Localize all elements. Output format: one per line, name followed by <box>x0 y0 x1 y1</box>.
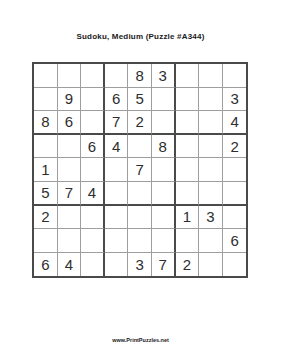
cell-r4c6[interactable]: 8 <box>152 135 176 159</box>
cell-r5c5[interactable]: 7 <box>128 158 152 182</box>
cell-r4c1[interactable] <box>34 135 58 159</box>
cell-r7c5[interactable] <box>128 206 152 230</box>
cell-r2c5[interactable]: 5 <box>128 88 152 112</box>
cell-r8c7[interactable] <box>176 229 200 253</box>
cell-r7c2[interactable] <box>58 206 82 230</box>
page: Sudoku, Medium (Puzzle #A344) 8396538672… <box>0 0 281 363</box>
cell-r1c1[interactable] <box>34 64 58 88</box>
cell-r3c5[interactable]: 2 <box>128 111 152 135</box>
cell-r6c2[interactable]: 7 <box>58 182 82 206</box>
cell-r2c2[interactable]: 9 <box>58 88 82 112</box>
cell-r8c6[interactable] <box>152 229 176 253</box>
cell-r9c4[interactable] <box>105 253 129 277</box>
cell-r9c1[interactable]: 6 <box>34 253 58 277</box>
footer-url: www.PrintPuzzles.net <box>0 337 281 343</box>
cell-r9c8[interactable] <box>199 253 223 277</box>
cell-r9c5[interactable]: 3 <box>128 253 152 277</box>
cell-r6c9[interactable] <box>223 182 247 206</box>
cell-r7c6[interactable] <box>152 206 176 230</box>
cell-r3c9[interactable]: 4 <box>223 111 247 135</box>
cell-r3c2[interactable]: 6 <box>58 111 82 135</box>
cell-r1c3[interactable] <box>81 64 105 88</box>
cell-r3c6[interactable] <box>152 111 176 135</box>
cell-r5c9[interactable] <box>223 158 247 182</box>
cell-r6c1[interactable]: 5 <box>34 182 58 206</box>
cell-r5c7[interactable] <box>176 158 200 182</box>
cell-r5c1[interactable]: 1 <box>34 158 58 182</box>
cell-r9c9[interactable] <box>223 253 247 277</box>
cell-r8c5[interactable] <box>128 229 152 253</box>
cell-r6c4[interactable] <box>105 182 129 206</box>
cell-r5c4[interactable] <box>105 158 129 182</box>
cell-r2c8[interactable] <box>199 88 223 112</box>
cell-r7c8[interactable]: 3 <box>199 206 223 230</box>
cell-r5c8[interactable] <box>199 158 223 182</box>
cell-r8c1[interactable] <box>34 229 58 253</box>
puzzle-title: Sudoku, Medium (Puzzle #A344) <box>0 32 281 41</box>
cell-r4c9[interactable]: 2 <box>223 135 247 159</box>
cell-r4c4[interactable]: 4 <box>105 135 129 159</box>
cell-r3c7[interactable] <box>176 111 200 135</box>
cell-r1c4[interactable] <box>105 64 129 88</box>
cell-r4c8[interactable] <box>199 135 223 159</box>
cell-r1c9[interactable] <box>223 64 247 88</box>
cell-r5c3[interactable] <box>81 158 105 182</box>
cell-r8c9[interactable]: 6 <box>223 229 247 253</box>
cell-r7c3[interactable] <box>81 206 105 230</box>
cell-r6c5[interactable] <box>128 182 152 206</box>
cell-r2c7[interactable] <box>176 88 200 112</box>
cell-r7c9[interactable] <box>223 206 247 230</box>
cell-r8c3[interactable] <box>81 229 105 253</box>
cell-r8c4[interactable] <box>105 229 129 253</box>
cell-r9c3[interactable] <box>81 253 105 277</box>
cell-r4c3[interactable]: 6 <box>81 135 105 159</box>
cell-r4c5[interactable] <box>128 135 152 159</box>
cell-r6c7[interactable] <box>176 182 200 206</box>
cell-r3c3[interactable] <box>81 111 105 135</box>
cell-r2c9[interactable]: 3 <box>223 88 247 112</box>
cell-r9c2[interactable]: 4 <box>58 253 82 277</box>
cell-r3c1[interactable]: 8 <box>34 111 58 135</box>
cell-r5c6[interactable] <box>152 158 176 182</box>
cell-r4c7[interactable] <box>176 135 200 159</box>
cell-r9c6[interactable]: 7 <box>152 253 176 277</box>
cell-r5c2[interactable] <box>58 158 82 182</box>
cell-r1c2[interactable] <box>58 64 82 88</box>
sudoku-board: 83965386724648217574213664372 <box>32 62 248 278</box>
cell-r7c7[interactable]: 1 <box>176 206 200 230</box>
cell-r6c6[interactable] <box>152 182 176 206</box>
cell-r3c4[interactable]: 7 <box>105 111 129 135</box>
cell-r2c6[interactable] <box>152 88 176 112</box>
cell-r1c8[interactable] <box>199 64 223 88</box>
cell-r6c8[interactable] <box>199 182 223 206</box>
cell-r2c3[interactable] <box>81 88 105 112</box>
cell-r8c8[interactable] <box>199 229 223 253</box>
cell-r4c2[interactable] <box>58 135 82 159</box>
cell-r6c3[interactable]: 4 <box>81 182 105 206</box>
cell-r7c4[interactable] <box>105 206 129 230</box>
cell-r1c6[interactable]: 3 <box>152 64 176 88</box>
cell-r7c1[interactable]: 2 <box>34 206 58 230</box>
cell-r3c8[interactable] <box>199 111 223 135</box>
cell-r1c7[interactable] <box>176 64 200 88</box>
cell-r2c1[interactable] <box>34 88 58 112</box>
cell-r1c5[interactable]: 8 <box>128 64 152 88</box>
cell-r9c7[interactable]: 2 <box>176 253 200 277</box>
cell-r8c2[interactable] <box>58 229 82 253</box>
cell-r2c4[interactable]: 6 <box>105 88 129 112</box>
